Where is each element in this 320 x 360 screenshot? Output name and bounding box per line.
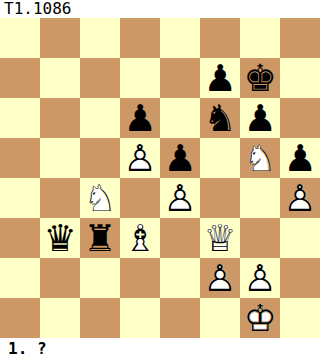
square-a3[interactable] [0,218,40,258]
queen-glyph: ♛ [40,218,80,258]
square-e1[interactable] [160,298,200,338]
square-h8[interactable] [280,18,320,58]
square-d7[interactable] [120,58,160,98]
square-f5[interactable] [200,138,240,178]
square-c8[interactable] [80,18,120,58]
square-e3[interactable] [160,218,200,258]
black-pawn[interactable]: ♟ [240,98,280,138]
pawn-glyph: ♟ [160,138,200,178]
square-a1[interactable] [0,298,40,338]
white-knight[interactable]: ♞♘ [240,138,280,178]
pawn-glyph: ♟ [200,58,240,98]
square-e5[interactable]: ♟ [160,138,200,178]
square-d8[interactable] [120,18,160,58]
knight-outline-glyph: ♘ [240,138,280,178]
square-e2[interactable] [160,258,200,298]
pawn-outline-glyph: ♙ [120,138,160,178]
square-d5[interactable]: ♟♙ [120,138,160,178]
black-knight[interactable]: ♞ [200,98,240,138]
square-a8[interactable] [0,18,40,58]
square-e6[interactable] [160,98,200,138]
square-a5[interactable] [0,138,40,178]
square-b1[interactable] [40,298,80,338]
square-h6[interactable] [280,98,320,138]
square-a4[interactable] [0,178,40,218]
square-d1[interactable] [120,298,160,338]
square-d3[interactable]: ♝♗ [120,218,160,258]
white-pawn[interactable]: ♟♙ [240,258,280,298]
pawn-outline-glyph: ♙ [240,258,280,298]
square-f6[interactable]: ♞ [200,98,240,138]
square-f4[interactable] [200,178,240,218]
square-d6[interactable]: ♟ [120,98,160,138]
square-g1[interactable]: ♚♔ [240,298,280,338]
square-f3[interactable]: ♛♕ [200,218,240,258]
white-pawn[interactable]: ♟♙ [280,178,320,218]
knight-glyph: ♞ [200,98,240,138]
square-g6[interactable]: ♟ [240,98,280,138]
black-king[interactable]: ♚ [240,58,280,98]
square-g3[interactable] [240,218,280,258]
black-pawn[interactable]: ♟ [280,138,320,178]
pawn-outline-glyph: ♙ [200,258,240,298]
black-pawn[interactable]: ♟ [200,58,240,98]
white-pawn[interactable]: ♟♙ [160,178,200,218]
knight-outline-glyph: ♘ [80,178,120,218]
pawn-glyph: ♟ [280,138,320,178]
pawn-outline-glyph: ♙ [160,178,200,218]
square-b5[interactable] [40,138,80,178]
square-c1[interactable] [80,298,120,338]
square-c5[interactable] [80,138,120,178]
pawn-outline-glyph: ♙ [280,178,320,218]
square-g5[interactable]: ♞♘ [240,138,280,178]
square-b4[interactable] [40,178,80,218]
square-a6[interactable] [0,98,40,138]
bishop-outline-glyph: ♗ [120,218,160,258]
square-d2[interactable] [120,258,160,298]
white-knight[interactable]: ♞♘ [80,178,120,218]
square-e8[interactable] [160,18,200,58]
white-pawn[interactable]: ♟♙ [200,258,240,298]
square-f7[interactable]: ♟ [200,58,240,98]
square-g2[interactable]: ♟♙ [240,258,280,298]
square-h2[interactable] [280,258,320,298]
square-b7[interactable] [40,58,80,98]
white-queen[interactable]: ♛♕ [200,218,240,258]
black-pawn[interactable]: ♟ [160,138,200,178]
chess-puzzle-app: T1.1086 ♟♚♟♞♟♟♙♟♞♘♟♞♘♟♙♟♙♛♜♝♗♛♕♟♙♟♙♚♔ 1.… [0,0,320,360]
white-king[interactable]: ♚♔ [240,298,280,338]
black-rook[interactable]: ♜ [80,218,120,258]
white-bishop[interactable]: ♝♗ [120,218,160,258]
pawn-glyph: ♟ [240,98,280,138]
square-d4[interactable] [120,178,160,218]
square-g8[interactable] [240,18,280,58]
square-c3[interactable]: ♜ [80,218,120,258]
square-b2[interactable] [40,258,80,298]
king-outline-glyph: ♔ [240,298,280,338]
king-glyph: ♚ [240,58,280,98]
square-a2[interactable] [0,258,40,298]
move-prompt: 1. ? [0,338,320,360]
square-h5[interactable]: ♟ [280,138,320,178]
white-pawn[interactable]: ♟♙ [120,138,160,178]
queen-outline-glyph: ♕ [200,218,240,258]
chess-board: ♟♚♟♞♟♟♙♟♞♘♟♞♘♟♙♟♙♛♜♝♗♛♕♟♙♟♙♚♔ [0,18,320,338]
square-b3[interactable]: ♛ [40,218,80,258]
square-g7[interactable]: ♚ [240,58,280,98]
square-g4[interactable] [240,178,280,218]
square-f8[interactable] [200,18,240,58]
square-c4[interactable]: ♞♘ [80,178,120,218]
square-c2[interactable] [80,258,120,298]
square-b8[interactable] [40,18,80,58]
black-pawn[interactable]: ♟ [120,98,160,138]
square-e4[interactable]: ♟♙ [160,178,200,218]
square-h1[interactable] [280,298,320,338]
square-f1[interactable] [200,298,240,338]
puzzle-title: T1.1086 [0,0,320,18]
square-h3[interactable] [280,218,320,258]
pawn-glyph: ♟ [120,98,160,138]
square-c6[interactable] [80,98,120,138]
square-f2[interactable]: ♟♙ [200,258,240,298]
square-e7[interactable] [160,58,200,98]
square-b6[interactable] [40,98,80,138]
square-a7[interactable] [0,58,40,98]
square-h7[interactable] [280,58,320,98]
square-c7[interactable] [80,58,120,98]
rook-glyph: ♜ [80,218,120,258]
black-queen[interactable]: ♛ [40,218,80,258]
square-h4[interactable]: ♟♙ [280,178,320,218]
